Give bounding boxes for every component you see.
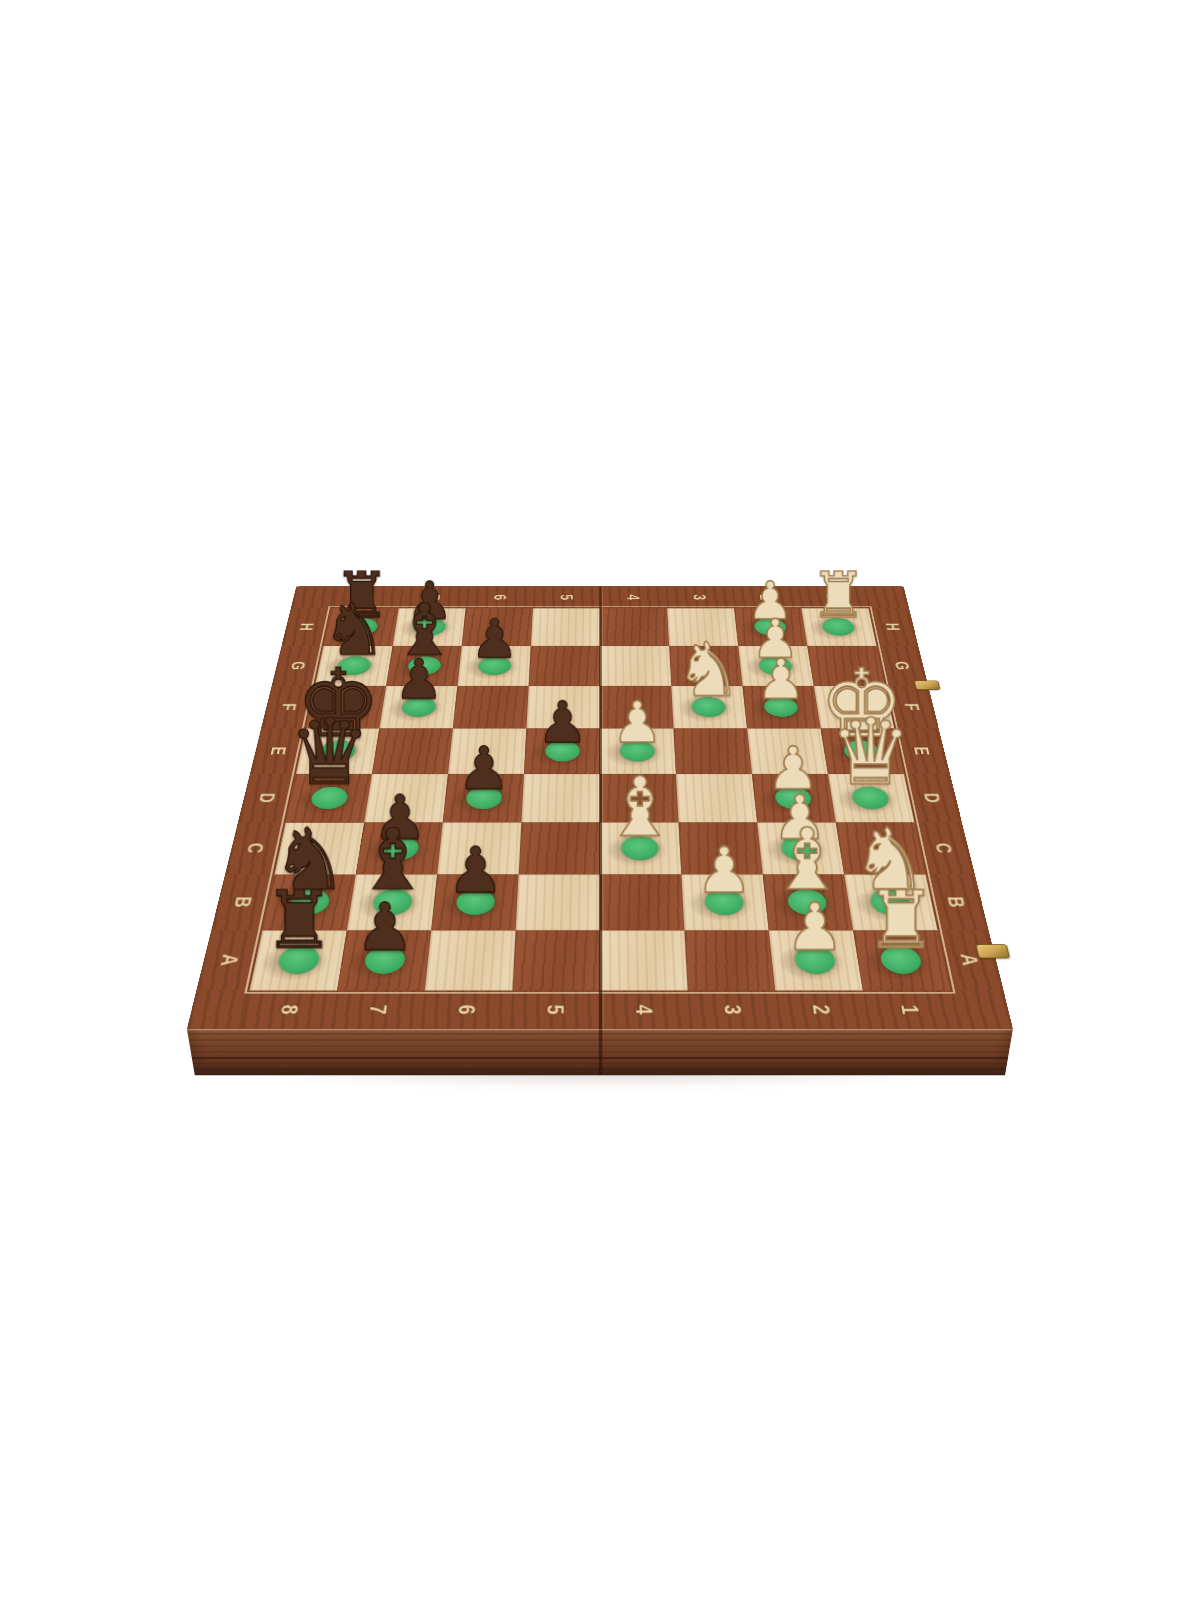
coordinate-label: A [215,954,245,966]
square-a5 [512,930,600,990]
rank-label-bottom-2: 2 [775,990,869,1029]
square-a7: ♟ [337,930,431,990]
square-f4 [600,686,674,729]
square-g1 [807,646,885,686]
square-a8: ♜ [250,930,347,990]
square-e2 [747,729,828,774]
square-d7 [364,774,448,823]
frame-corner-bottom-left [187,990,250,1029]
square-c2: ♟ [757,823,844,875]
square-e8: ♚ [296,729,379,774]
square-e3 [674,729,752,774]
square-a3 [684,930,775,990]
square-b3: ♟ [681,875,768,931]
square-b7: ♝ [347,875,437,931]
coordinate-label: 7 [364,1005,393,1015]
square-h5 [531,608,600,646]
file-label-right-C: C [914,823,974,875]
coordinate-label: 2 [807,1005,836,1015]
coordinate-label: D [254,793,281,803]
square-d1: ♛ [828,774,914,823]
box-front-face [187,1029,1013,1075]
square-c7: ♟ [356,823,443,875]
green-felt-base [372,889,414,915]
coordinate-label: 3 [689,594,710,600]
square-b1: ♞ [844,875,937,931]
square-e4: ♟ [600,729,676,774]
coordinate-label: 5 [542,1005,570,1015]
square-h6 [462,608,533,646]
board-fold-seam [599,586,603,1029]
square-f1 [814,686,894,729]
box-front-fold-seam [599,1029,603,1075]
square-g7: ♝ [386,646,462,686]
square-b8: ♞ [262,875,355,931]
coordinate-label: B [942,896,971,907]
square-d2: ♟ [752,774,836,823]
file-label-right-D: D [904,774,962,823]
square-h1: ♜ [801,608,876,646]
square-f7: ♟ [379,686,457,729]
coordinate-label: F [899,703,924,710]
coordinate-label: 6 [489,594,510,600]
square-h3 [667,608,738,646]
square-e7 [372,729,453,774]
frame-corner-top-left [291,586,336,608]
square-c8 [274,823,364,875]
green-felt-base [545,741,580,762]
square-g3 [669,646,742,686]
green-felt-base [691,697,726,717]
square-f2: ♟ [743,686,821,729]
rank-label-bottom-4: 4 [600,990,690,1029]
green-felt-base [704,889,744,915]
coordinate-label: 8 [275,1005,305,1015]
square-a1: ♜ [853,930,950,990]
piece-white-bishop-c4: ♝ [551,766,730,848]
coordinate-label: C [242,843,270,853]
square-f3: ♞ [671,686,747,729]
square-b5 [516,875,600,931]
file-label-right-H: H [868,608,918,646]
square-a6 [425,930,516,990]
square-f6 [453,686,529,729]
square-h4 [600,608,669,646]
green-felt-base [455,889,495,915]
square-a2: ♟ [769,930,863,990]
coordinate-label: 1 [895,1005,925,1015]
rank-label-top-6: 6 [466,586,534,608]
file-label-left-C: C [225,823,285,875]
green-felt-base [620,741,655,762]
brass-clasp-icon [914,681,941,690]
rank-label-top-2: 2 [732,586,801,608]
square-d5 [521,774,600,823]
rank-label-top-1: 1 [798,586,869,608]
square-h2: ♟ [734,608,807,646]
square-g8: ♞ [315,646,393,686]
coordinate-label: 4 [630,1005,658,1015]
coordinate-label: H [295,623,318,631]
coordinate-label: C [930,843,958,853]
chessboard-scene: 87654321H♜♟♟♜HG♞♝♟♟GF♟♞♟FE♚♟♟♚ED♛♟♟♛DC♟♝… [0,0,1200,1600]
square-c6 [437,823,521,875]
square-g5 [529,646,600,686]
rank-label-top-7: 7 [399,586,468,608]
square-e5: ♟ [524,729,600,774]
coordinate-label: G [286,661,310,670]
rank-label-top-3: 3 [666,586,734,608]
coordinate-label: G [890,661,914,670]
file-label-left-B: B [211,875,274,931]
square-c1 [836,823,926,875]
coordinate-label: 7 [423,594,445,600]
coordinate-label: H [881,623,904,631]
square-d3 [676,774,757,823]
rank-label-top-5: 5 [533,586,600,608]
square-b4 [600,875,684,931]
coordinate-label: 8 [356,594,378,600]
frame-corner-bottom-right [950,990,1013,1029]
rank-label-top-8: 8 [332,586,403,608]
file-label-right-F: F [885,686,939,729]
coordinate-label: F [276,703,301,710]
rank-label-top-4: 4 [600,586,667,608]
square-e6 [448,729,526,774]
square-d8: ♛ [286,774,372,823]
folding-chessboard: 87654321H♜♟♟♜HG♞♝♟♟GF♟♞♟FE♚♟♟♚ED♛♟♟♛DC♟♝… [187,586,1013,1029]
rank-label-bottom-5: 5 [510,990,600,1029]
board-surface: 87654321H♜♟♟♜HG♞♝♟♟GF♟♞♟FE♚♟♟♚ED♛♟♟♛DC♟♝… [187,586,1013,1029]
file-label-left-D: D [238,774,296,823]
rank-label-bottom-1: 1 [863,990,959,1029]
file-label-right-B: B [926,875,989,931]
coordinate-label: 5 [556,594,577,600]
square-f5 [526,686,600,729]
rank-label-bottom-7: 7 [331,990,425,1029]
coordinate-label: 6 [453,1005,482,1015]
square-h7: ♟ [393,608,466,646]
rank-label-bottom-3: 3 [688,990,780,1029]
square-c3 [679,823,763,875]
square-e1: ♚ [821,729,904,774]
frame-corner-top-right [864,586,909,608]
square-d6: ♟ [443,774,524,823]
coordinate-label: 3 [719,1005,748,1015]
square-c5 [519,823,600,875]
coordinate-label: D [919,793,946,803]
coordinate-label: 2 [755,594,777,600]
rank-label-bottom-6: 6 [421,990,513,1029]
coordinate-label: 1 [822,594,844,600]
product-photo-page: 87654321H♜♟♟♜HG♞♝♟♟GF♟♞♟FE♚♟♟♚ED♛♟♟♛DC♟♝… [0,0,1200,1600]
rank-label-bottom-8: 8 [241,990,337,1029]
square-d4 [600,774,679,823]
square-b6: ♟ [431,875,518,931]
square-h8: ♜ [324,608,399,646]
square-a4 [600,930,688,990]
coordinate-label: E [909,747,935,755]
square-g4 [600,646,671,686]
square-f8 [306,686,386,729]
coordinate-label: 4 [623,594,644,600]
coordinate-label: E [266,747,292,755]
square-b2: ♝ [763,875,853,931]
square-c4: ♝ [600,823,681,875]
square-g6: ♟ [457,646,530,686]
square-g2: ♟ [738,646,814,686]
coordinate-label: B [229,896,258,907]
